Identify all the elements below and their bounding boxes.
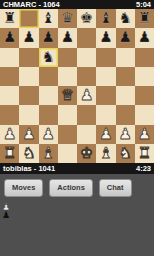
white-pawn-piece: ♟ bbox=[3, 127, 16, 142]
square-g1[interactable]: ♞ bbox=[116, 144, 135, 163]
square-a2[interactable]: ♟ bbox=[0, 125, 19, 144]
captured-pieces-tray: ♟♟ bbox=[0, 201, 154, 217]
square-g2[interactable]: ♟ bbox=[116, 125, 135, 144]
player-name-rating: tobiblas - 1041 bbox=[3, 164, 55, 173]
black-pawn-piece: ♟ bbox=[3, 30, 16, 45]
white-bishop-piece: ♝ bbox=[41, 146, 54, 161]
square-f4[interactable] bbox=[96, 86, 115, 105]
square-e7[interactable] bbox=[77, 28, 96, 47]
white-pawn-piece: ♟ bbox=[118, 127, 131, 142]
square-e5[interactable] bbox=[77, 67, 96, 86]
black-rook-piece: ♜ bbox=[3, 11, 16, 26]
square-d8[interactable]: ♛ bbox=[58, 9, 77, 28]
black-pawn-piece: ♟ bbox=[99, 30, 112, 45]
square-e6[interactable] bbox=[77, 48, 96, 67]
square-f7[interactable]: ♟ bbox=[96, 28, 115, 47]
square-c2[interactable]: ♟ bbox=[39, 125, 58, 144]
square-g8[interactable]: ♞ bbox=[116, 9, 135, 28]
square-a7[interactable]: ♟ bbox=[0, 28, 19, 47]
square-a8[interactable]: ♜ bbox=[0, 9, 19, 28]
square-c5[interactable] bbox=[39, 67, 58, 86]
black-pawn-piece: ♟ bbox=[138, 30, 151, 45]
white-knight-piece: ♞ bbox=[22, 146, 35, 161]
action-button-row: Moves Actions Chat bbox=[0, 179, 154, 197]
square-d5[interactable] bbox=[58, 67, 77, 86]
square-g4[interactable] bbox=[116, 86, 135, 105]
white-rook-piece: ♜ bbox=[138, 146, 151, 161]
square-b5[interactable] bbox=[19, 67, 38, 86]
square-b1[interactable]: ♞ bbox=[19, 144, 38, 163]
square-f5[interactable] bbox=[96, 67, 115, 86]
black-queen-piece: ♛ bbox=[61, 11, 74, 26]
square-d1[interactable] bbox=[58, 144, 77, 163]
square-b8[interactable] bbox=[19, 9, 38, 28]
square-b2[interactable]: ♟ bbox=[19, 125, 38, 144]
square-f6[interactable] bbox=[96, 48, 115, 67]
square-c3[interactable] bbox=[39, 105, 58, 124]
white-pawn-piece: ♟ bbox=[99, 127, 112, 142]
square-d7[interactable]: ♟ bbox=[58, 28, 77, 47]
square-a6[interactable] bbox=[0, 48, 19, 67]
black-king-piece: ♚ bbox=[80, 11, 93, 26]
square-h7[interactable]: ♟ bbox=[135, 28, 154, 47]
square-h4[interactable] bbox=[135, 86, 154, 105]
captured-row-2: ♟ bbox=[2, 209, 154, 217]
square-d4[interactable]: ♛ bbox=[58, 86, 77, 105]
square-h3[interactable] bbox=[135, 105, 154, 124]
square-h8[interactable]: ♜ bbox=[135, 9, 154, 28]
square-c8[interactable]: ♝ bbox=[39, 9, 58, 28]
square-g5[interactable] bbox=[116, 67, 135, 86]
white-queen-piece: ♛ bbox=[61, 88, 74, 103]
square-h1[interactable]: ♜ bbox=[135, 144, 154, 163]
black-knight-piece: ♞ bbox=[41, 50, 54, 65]
square-c7[interactable]: ♟ bbox=[39, 28, 58, 47]
bottom-panel: Moves Actions Chat ♟♟ bbox=[0, 174, 154, 217]
square-g3[interactable] bbox=[116, 105, 135, 124]
square-d2[interactable] bbox=[58, 125, 77, 144]
square-f2[interactable]: ♟ bbox=[96, 125, 115, 144]
square-g6[interactable] bbox=[116, 48, 135, 67]
black-pawn-piece: ♟ bbox=[118, 30, 131, 45]
square-g7[interactable]: ♟ bbox=[116, 28, 135, 47]
actions-button[interactable]: Actions bbox=[49, 179, 93, 197]
black-bishop-piece: ♝ bbox=[99, 11, 112, 26]
square-e1[interactable]: ♚ bbox=[77, 144, 96, 163]
player-bar: tobiblas - 1041 4:23 bbox=[0, 163, 154, 174]
captured-black-pawn-icon: ♟ bbox=[2, 210, 10, 220]
black-knight-piece: ♞ bbox=[118, 11, 131, 26]
square-h6[interactable] bbox=[135, 48, 154, 67]
black-pawn-piece: ♟ bbox=[22, 30, 35, 45]
square-a3[interactable] bbox=[0, 105, 19, 124]
white-rook-piece: ♜ bbox=[3, 146, 16, 161]
player-clock: 4:23 bbox=[136, 164, 151, 173]
square-a4[interactable] bbox=[0, 86, 19, 105]
square-h2[interactable]: ♟ bbox=[135, 125, 154, 144]
square-f8[interactable]: ♝ bbox=[96, 9, 115, 28]
black-pawn-piece: ♟ bbox=[61, 30, 74, 45]
white-pawn-piece: ♟ bbox=[138, 127, 151, 142]
square-e4[interactable]: ♟ bbox=[77, 86, 96, 105]
square-f1[interactable]: ♝ bbox=[96, 144, 115, 163]
square-e8[interactable]: ♚ bbox=[77, 9, 96, 28]
square-h5[interactable] bbox=[135, 67, 154, 86]
white-bishop-piece: ♝ bbox=[99, 146, 112, 161]
opponent-clock: 5:04 bbox=[136, 0, 151, 9]
square-d6[interactable] bbox=[58, 48, 77, 67]
white-pawn-piece: ♟ bbox=[80, 88, 93, 103]
square-a1[interactable]: ♜ bbox=[0, 144, 19, 163]
chat-button[interactable]: Chat bbox=[99, 179, 132, 197]
captured-row-1: ♟ bbox=[2, 201, 154, 209]
opponent-name-rating: CHMARC - 1064 bbox=[3, 0, 60, 9]
square-c4[interactable] bbox=[39, 86, 58, 105]
chess-board[interactable]: ♜♝♛♚♝♞♜♟♟♟♟♟♟♟♞♛♟♟♟♟♟♟♟♜♞♝♚♝♞♜ bbox=[0, 9, 154, 163]
black-bishop-piece: ♝ bbox=[41, 11, 54, 26]
black-rook-piece: ♜ bbox=[138, 11, 151, 26]
square-b4[interactable] bbox=[19, 86, 38, 105]
opponent-bar: CHMARC - 1064 5:04 bbox=[0, 0, 154, 9]
square-e2[interactable] bbox=[77, 125, 96, 144]
moves-button[interactable]: Moves bbox=[4, 179, 43, 197]
white-pawn-piece: ♟ bbox=[22, 127, 35, 142]
square-c1[interactable]: ♝ bbox=[39, 144, 58, 163]
square-a5[interactable] bbox=[0, 67, 19, 86]
square-b3[interactable] bbox=[19, 105, 38, 124]
square-f3[interactable] bbox=[96, 105, 115, 124]
white-king-piece: ♚ bbox=[80, 146, 93, 161]
square-d3[interactable] bbox=[58, 105, 77, 124]
black-pawn-piece: ♟ bbox=[41, 30, 54, 45]
square-c6[interactable]: ♞ bbox=[39, 48, 58, 67]
square-b6[interactable] bbox=[19, 48, 38, 67]
square-b7[interactable]: ♟ bbox=[19, 28, 38, 47]
white-pawn-piece: ♟ bbox=[41, 127, 54, 142]
white-knight-piece: ♞ bbox=[118, 146, 131, 161]
square-e3[interactable] bbox=[77, 105, 96, 124]
